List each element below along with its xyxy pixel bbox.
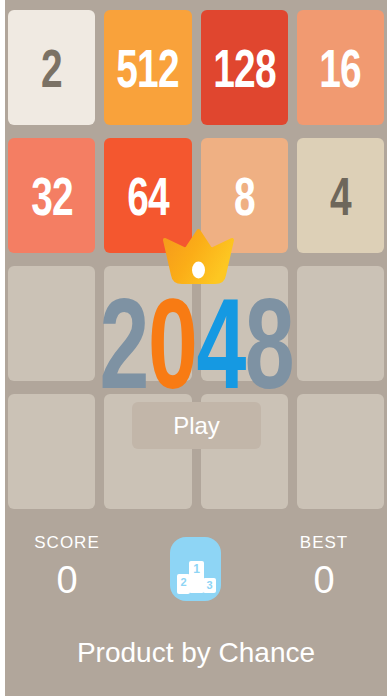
tile-value: 64 (127, 169, 169, 223)
play-button[interactable]: Play (132, 402, 261, 449)
best-panel: BEST 0 (268, 534, 380, 600)
score-value: 0 (11, 560, 123, 600)
logo-digit-2: 2 (99, 272, 147, 415)
game-screen: 2 512 128 16 32 64 8 4 (5, 0, 387, 696)
podium-first-place: 1 (189, 561, 204, 593)
credit-text: Product by Chance (5, 637, 387, 669)
logo-digit-0: 0 (148, 272, 196, 415)
tile-r1c4[interactable]: 16 (297, 10, 384, 125)
tile-value: 32 (31, 169, 73, 223)
best-value: 0 (268, 560, 380, 600)
score-label: SCORE (11, 534, 123, 551)
best-label: BEST (268, 534, 380, 551)
score-panel: SCORE 0 (11, 534, 123, 600)
app-screenshot: 2 512 128 16 32 64 8 4 (0, 0, 392, 696)
tile-r2c1[interactable]: 32 (8, 138, 95, 253)
tile-value: 4 (330, 169, 351, 223)
logo-digit-8: 8 (244, 272, 292, 415)
tile-value: 2 (41, 41, 62, 95)
tile-r4c4[interactable] (297, 394, 384, 509)
game-logo: 2048 (5, 298, 387, 390)
logo-digit-4: 4 (196, 272, 244, 415)
tile-value: 8 (234, 169, 255, 223)
tile-r1c2[interactable]: 512 (104, 10, 191, 125)
tile-value: 16 (319, 41, 361, 95)
tile-value: 128 (213, 41, 276, 95)
leaderboard-button[interactable]: 1 2 3 (170, 537, 221, 601)
tile-r1c3[interactable]: 128 (201, 10, 288, 125)
tile-r1c1[interactable]: 2 (8, 10, 95, 125)
tile-r4c1[interactable] (8, 394, 95, 509)
tile-value: 512 (117, 41, 180, 95)
podium-third-place: 3 (203, 578, 216, 593)
podium-second-place: 2 (177, 574, 190, 594)
podium-123-icon: 1 2 3 (170, 537, 221, 601)
tile-r2c4[interactable]: 4 (297, 138, 384, 253)
